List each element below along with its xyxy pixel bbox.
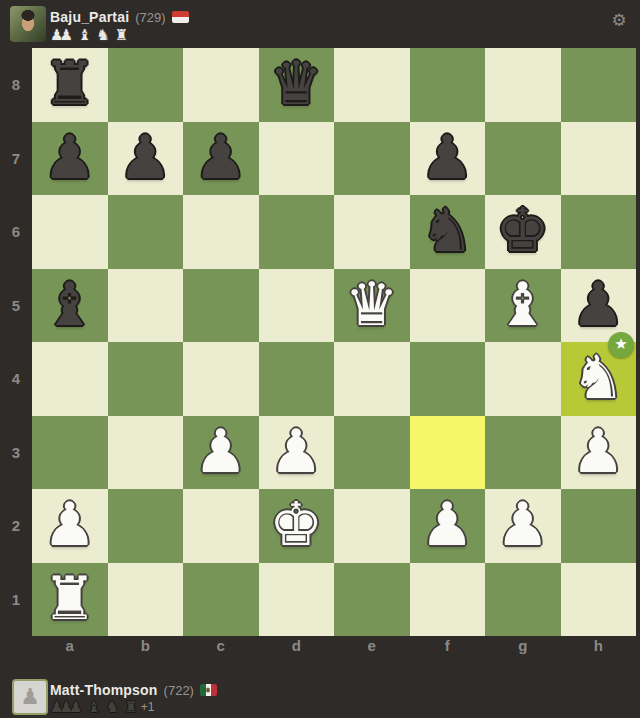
bottom-player-avatar[interactable]: ♟ — [12, 679, 48, 715]
square-c4[interactable] — [183, 342, 259, 416]
white-pawn-f2[interactable]: ♟ — [420, 494, 474, 557]
black-rook-a8[interactable]: ♜ — [43, 53, 97, 116]
rank-label-1: 1 — [0, 563, 32, 637]
square-d7[interactable] — [259, 122, 335, 196]
square-c7[interactable]: ♟ — [183, 122, 259, 196]
captured-rook-icons: ♜ — [124, 700, 133, 715]
captured-knight-icons: ♞ — [96, 28, 105, 43]
white-pawn-a2[interactable]: ♟ — [43, 494, 97, 557]
square-b3[interactable] — [108, 416, 184, 490]
black-knight-f6[interactable]: ♞ — [420, 200, 474, 263]
square-f5[interactable] — [410, 269, 486, 343]
rank-label-3: 3 — [0, 416, 32, 490]
square-d4[interactable] — [259, 342, 335, 416]
file-label-b: b — [108, 636, 184, 658]
captured-bishop-icons: ♝ — [87, 700, 96, 715]
square-h6[interactable] — [561, 195, 637, 269]
bottom-player-captured-row: ♟♟♟♝♞♜ +1 — [50, 699, 154, 715]
black-queen-d8[interactable]: ♛ — [269, 53, 323, 116]
captured-rook-icons: ♜ — [115, 28, 124, 43]
white-pawn-d3[interactable]: ♟ — [269, 421, 323, 484]
bottom-player-rating: (722) — [164, 683, 194, 698]
bottom-player-name[interactable]: Matt-Thompson — [50, 682, 158, 698]
white-bishop-g5[interactable]: ♝ — [496, 274, 550, 337]
square-c2[interactable] — [183, 489, 259, 563]
file-label-c: c — [183, 636, 259, 658]
default-pawn-avatar-icon: ♟ — [20, 686, 40, 708]
square-b8[interactable] — [108, 48, 184, 122]
file-labels: abcdefgh — [32, 636, 636, 658]
indonesia-flag-icon — [172, 11, 189, 23]
square-g2[interactable]: ♟ — [485, 489, 561, 563]
square-a5[interactable]: ♝ — [32, 269, 108, 343]
chess-board: ♜♛♟♟♟♟♞♚♝♛♝♟♞♟♟♟♟♚♟♟♜ — [32, 48, 636, 636]
white-pawn-h3[interactable]: ♟ — [571, 421, 625, 484]
square-b4[interactable] — [108, 342, 184, 416]
black-pawn-a7[interactable]: ♟ — [43, 127, 97, 190]
square-f7[interactable]: ♟ — [410, 122, 486, 196]
square-h1[interactable] — [561, 563, 637, 637]
square-b1[interactable] — [108, 563, 184, 637]
top-player-name[interactable]: Baju_Partai — [50, 9, 129, 25]
rank-label-5: 5 — [0, 269, 32, 343]
rank-label-2: 2 — [0, 489, 32, 563]
square-e4[interactable] — [334, 342, 410, 416]
square-h5[interactable]: ♟ — [561, 269, 637, 343]
square-c8[interactable] — [183, 48, 259, 122]
square-h8[interactable] — [561, 48, 637, 122]
square-f8[interactable] — [410, 48, 486, 122]
square-c6[interactable] — [183, 195, 259, 269]
square-a1[interactable]: ♜ — [32, 563, 108, 637]
square-c1[interactable] — [183, 563, 259, 637]
black-king-g6[interactable]: ♚ — [496, 200, 550, 263]
square-a2[interactable]: ♟ — [32, 489, 108, 563]
captured-pawn-icons: ♟♟♟ — [50, 700, 78, 715]
square-e2[interactable] — [334, 489, 410, 563]
square-d3[interactable]: ♟ — [259, 416, 335, 490]
square-g1[interactable] — [485, 563, 561, 637]
white-pawn-g2[interactable]: ♟ — [496, 494, 550, 557]
black-pawn-h5[interactable]: ♟ — [571, 274, 625, 337]
square-a8[interactable]: ♜ — [32, 48, 108, 122]
board-area: 87654321 ♜♛♟♟♟♟♞♚♝♛♝♟♞♟♟♟♟♚♟♟♜ abcdefgh … — [0, 48, 640, 658]
square-g6[interactable]: ♚ — [485, 195, 561, 269]
white-queen-e5[interactable]: ♛ — [345, 274, 399, 337]
white-pawn-c3[interactable]: ♟ — [194, 421, 248, 484]
white-king-d2[interactable]: ♚ — [269, 494, 323, 557]
black-bishop-a5[interactable]: ♝ — [43, 274, 97, 337]
captured-knight-icons: ♞ — [106, 700, 115, 715]
square-a7[interactable]: ♟ — [32, 122, 108, 196]
square-f4[interactable] — [410, 342, 486, 416]
square-e5[interactable]: ♛ — [334, 269, 410, 343]
square-g3[interactable] — [485, 416, 561, 490]
square-g8[interactable] — [485, 48, 561, 122]
square-f1[interactable] — [410, 563, 486, 637]
file-label-f: f — [410, 636, 486, 658]
square-e6[interactable] — [334, 195, 410, 269]
file-label-h: h — [561, 636, 637, 658]
black-pawn-b7[interactable]: ♟ — [118, 127, 172, 190]
square-f3[interactable] — [410, 416, 486, 490]
square-b7[interactable]: ♟ — [108, 122, 184, 196]
chess-game-screen: Baju_Partai (729) ♟♟♝♞♜ ⚙ 87654321 ♜♛♟♟♟… — [0, 0, 640, 718]
square-e8[interactable] — [334, 48, 410, 122]
settings-gear-icon[interactable]: ⚙ — [609, 10, 629, 30]
white-rook-a1[interactable]: ♜ — [43, 568, 97, 631]
square-b6[interactable] — [108, 195, 184, 269]
black-pawn-f7[interactable]: ♟ — [420, 127, 474, 190]
square-b5[interactable] — [108, 269, 184, 343]
square-f2[interactable]: ♟ — [410, 489, 486, 563]
top-player-rating: (729) — [135, 10, 165, 25]
square-d2[interactable]: ♚ — [259, 489, 335, 563]
square-e3[interactable] — [334, 416, 410, 490]
captured-bishop-icons: ♝ — [78, 28, 87, 43]
material-advantage-badge: +1 — [141, 701, 155, 713]
bottom-player-captured-pieces: ♟♟♟♝♞♜ — [50, 700, 143, 715]
square-g5[interactable]: ♝ — [485, 269, 561, 343]
square-g4[interactable] — [485, 342, 561, 416]
square-f6[interactable]: ♞ — [410, 195, 486, 269]
square-b2[interactable] — [108, 489, 184, 563]
square-e1[interactable] — [334, 563, 410, 637]
square-c5[interactable] — [183, 269, 259, 343]
black-pawn-c7[interactable]: ♟ — [194, 127, 248, 190]
rank-label-8: 8 — [0, 48, 32, 122]
file-label-e: e — [334, 636, 410, 658]
square-d5[interactable] — [259, 269, 335, 343]
square-a3[interactable] — [32, 416, 108, 490]
top-player-captured-pieces: ♟♟♝♞♜ — [50, 27, 133, 43]
square-d1[interactable] — [259, 563, 335, 637]
top-player-avatar[interactable] — [10, 6, 46, 42]
square-a4[interactable] — [32, 342, 108, 416]
mexico-flag-icon — [200, 684, 217, 696]
rank-label-6: 6 — [0, 195, 32, 269]
captured-pawn-icons: ♟♟ — [50, 28, 69, 43]
square-g7[interactable] — [485, 122, 561, 196]
file-label-d: d — [259, 636, 335, 658]
square-a6[interactable] — [32, 195, 108, 269]
star-icon: ★ — [614, 337, 627, 353]
file-label-g: g — [485, 636, 561, 658]
square-d6[interactable] — [259, 195, 335, 269]
square-e7[interactable] — [334, 122, 410, 196]
file-label-a: a — [32, 636, 108, 658]
square-d8[interactable]: ♛ — [259, 48, 335, 122]
square-c3[interactable]: ♟ — [183, 416, 259, 490]
square-h2[interactable] — [561, 489, 637, 563]
rank-label-4: 4 — [0, 342, 32, 416]
square-h7[interactable] — [561, 122, 637, 196]
rank-labels: 87654321 — [0, 48, 32, 636]
best-move-star-badge: ★ — [608, 332, 634, 358]
rank-label-7: 7 — [0, 122, 32, 196]
square-h3[interactable]: ♟ — [561, 416, 637, 490]
